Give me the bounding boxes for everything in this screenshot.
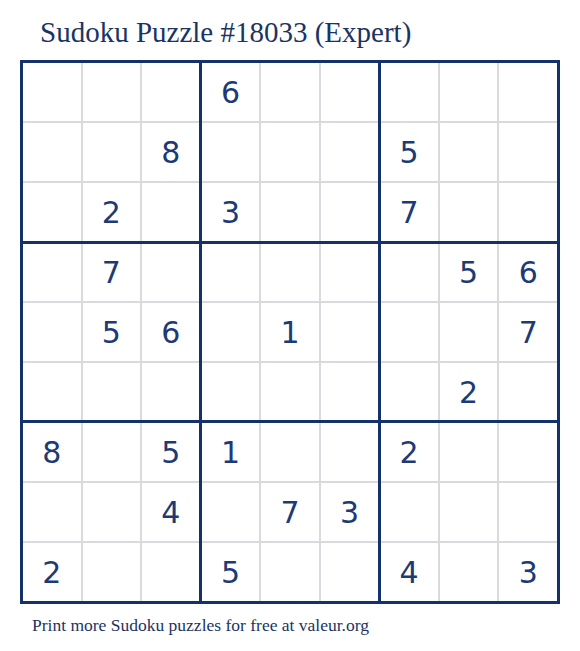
cell-r4-c1[interactable] (23, 243, 81, 301)
box-divider-horizontal-2 (23, 420, 557, 423)
cell-r1-c3[interactable] (142, 63, 200, 121)
cell-r5-c1[interactable] (23, 303, 81, 361)
cell-r2-c2[interactable] (83, 123, 141, 181)
cell-r8-c1[interactable] (23, 483, 81, 541)
cell-r6-c4[interactable] (202, 363, 260, 421)
cell-r5-c8[interactable] (440, 303, 498, 361)
cell-r5-c3[interactable]: 6 (142, 303, 200, 361)
cell-r1-c2[interactable] (83, 63, 141, 121)
cell-r3-c4[interactable]: 3 (202, 183, 260, 241)
cell-r3-c8[interactable] (440, 183, 498, 241)
cell-r9-c8[interactable] (440, 543, 498, 601)
cell-r6-c8[interactable]: 2 (440, 363, 498, 421)
box-divider-horizontal-1 (23, 241, 557, 244)
cell-r8-c7[interactable] (380, 483, 438, 541)
cell-r3-c7[interactable]: 7 (380, 183, 438, 241)
cell-r8-c3[interactable]: 4 (142, 483, 200, 541)
cell-r5-c2[interactable]: 5 (83, 303, 141, 361)
box-divider-vertical-2 (378, 63, 381, 601)
cell-r9-c2[interactable] (83, 543, 141, 601)
cell-r7-c3[interactable]: 5 (142, 423, 200, 481)
cell-r1-c1[interactable] (23, 63, 81, 121)
cell-r4-c7[interactable] (380, 243, 438, 301)
cell-r8-c6[interactable]: 3 (321, 483, 379, 541)
cell-r4-c3[interactable] (142, 243, 200, 301)
cell-r2-c7[interactable]: 5 (380, 123, 438, 181)
cell-r3-c3[interactable] (142, 183, 200, 241)
cell-r5-c9[interactable]: 7 (499, 303, 557, 361)
cell-r6-c1[interactable] (23, 363, 81, 421)
cell-r1-c9[interactable] (499, 63, 557, 121)
cell-r6-c3[interactable] (142, 363, 200, 421)
cell-r3-c2[interactable]: 2 (83, 183, 141, 241)
cell-r4-c8[interactable]: 5 (440, 243, 498, 301)
cell-r5-c7[interactable] (380, 303, 438, 361)
cell-r9-c4[interactable]: 5 (202, 543, 260, 601)
cell-r8-c8[interactable] (440, 483, 498, 541)
cell-r7-c9[interactable] (499, 423, 557, 481)
cell-r1-c5[interactable] (261, 63, 319, 121)
cell-r2-c8[interactable] (440, 123, 498, 181)
cell-r9-c6[interactable] (321, 543, 379, 601)
cell-r4-c4[interactable] (202, 243, 260, 301)
cell-r2-c5[interactable] (261, 123, 319, 181)
page-title: Sudoku Puzzle #18033 (Expert) (40, 16, 411, 49)
cell-r3-c1[interactable] (23, 183, 81, 241)
cell-r1-c4[interactable]: 6 (202, 63, 260, 121)
cell-r3-c9[interactable] (499, 183, 557, 241)
cell-r5-c6[interactable] (321, 303, 379, 361)
cell-r9-c7[interactable]: 4 (380, 543, 438, 601)
cell-r7-c2[interactable] (83, 423, 141, 481)
cell-r9-c5[interactable] (261, 543, 319, 601)
cell-r8-c5[interactable]: 7 (261, 483, 319, 541)
cell-r5-c5[interactable]: 1 (261, 303, 319, 361)
cell-r2-c9[interactable] (499, 123, 557, 181)
cell-r8-c9[interactable] (499, 483, 557, 541)
cell-r3-c5[interactable] (261, 183, 319, 241)
cell-r7-c6[interactable] (321, 423, 379, 481)
cell-r2-c4[interactable] (202, 123, 260, 181)
footer-text: Print more Sudoku puzzles for free at va… (32, 615, 369, 636)
cell-r6-c2[interactable] (83, 363, 141, 421)
cell-r7-c7[interactable]: 2 (380, 423, 438, 481)
cell-r1-c7[interactable] (380, 63, 438, 121)
sudoku-grid: 6852377565617285124732543 (20, 60, 560, 604)
cell-r7-c8[interactable] (440, 423, 498, 481)
cell-r7-c5[interactable] (261, 423, 319, 481)
cell-r8-c4[interactable] (202, 483, 260, 541)
cell-r6-c9[interactable] (499, 363, 557, 421)
cell-r2-c3[interactable]: 8 (142, 123, 200, 181)
cell-r4-c6[interactable] (321, 243, 379, 301)
cell-r5-c4[interactable] (202, 303, 260, 361)
cell-r6-c6[interactable] (321, 363, 379, 421)
cell-r4-c2[interactable]: 7 (83, 243, 141, 301)
cell-r9-c1[interactable]: 2 (23, 543, 81, 601)
box-divider-vertical-1 (199, 63, 202, 601)
cell-r1-c6[interactable] (321, 63, 379, 121)
cell-r7-c1[interactable]: 8 (23, 423, 81, 481)
cell-r1-c8[interactable] (440, 63, 498, 121)
cell-r9-c9[interactable]: 3 (499, 543, 557, 601)
sudoku-page: Sudoku Puzzle #18033 (Expert) 6852377565… (0, 0, 580, 651)
cell-r3-c6[interactable] (321, 183, 379, 241)
cell-r4-c9[interactable]: 6 (499, 243, 557, 301)
cell-r2-c6[interactable] (321, 123, 379, 181)
cell-r6-c7[interactable] (380, 363, 438, 421)
cell-r8-c2[interactable] (83, 483, 141, 541)
cell-r9-c3[interactable] (142, 543, 200, 601)
cell-r6-c5[interactable] (261, 363, 319, 421)
cell-r2-c1[interactable] (23, 123, 81, 181)
cell-r7-c4[interactable]: 1 (202, 423, 260, 481)
cell-r4-c5[interactable] (261, 243, 319, 301)
